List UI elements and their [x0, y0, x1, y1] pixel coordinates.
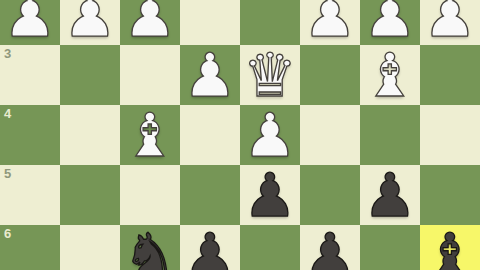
square-g5[interactable]: [60, 165, 120, 225]
black-pawn-b5[interactable]: ♟: [360, 165, 420, 225]
square-d5[interactable]: ♟: [240, 165, 300, 225]
square-c2[interactable]: ♟: [300, 0, 360, 45]
square-c5[interactable]: [300, 165, 360, 225]
square-f3[interactable]: [120, 45, 180, 105]
chess-board-grid: ♟♟♟♟♟♟3♟♛♝4♝♟5♟♟6♞♟♟♝: [0, 0, 480, 270]
square-a3[interactable]: [420, 45, 480, 105]
chess-board-viewport: ♟♟♟♟♟♟3♟♛♝4♝♟5♟♟6♞♟♟♝: [0, 0, 480, 270]
square-a5[interactable]: [420, 165, 480, 225]
square-e4[interactable]: [180, 105, 240, 165]
square-c3[interactable]: [300, 45, 360, 105]
square-b4[interactable]: [360, 105, 420, 165]
black-pawn-c6[interactable]: ♟: [300, 225, 360, 270]
black-knight-f6[interactable]: ♞: [120, 225, 180, 270]
square-b3[interactable]: ♝: [360, 45, 420, 105]
white-pawn-d4[interactable]: ♟: [240, 105, 300, 165]
square-d6[interactable]: [240, 225, 300, 270]
square-e2[interactable]: [180, 0, 240, 45]
square-g4[interactable]: [60, 105, 120, 165]
square-e5[interactable]: [180, 165, 240, 225]
square-f6[interactable]: ♞: [120, 225, 180, 270]
white-bishop-b3[interactable]: ♝: [360, 45, 420, 105]
white-bishop-f4[interactable]: ♝: [120, 105, 180, 165]
square-a4[interactable]: [420, 105, 480, 165]
square-e6[interactable]: ♟: [180, 225, 240, 270]
square-c6[interactable]: ♟: [300, 225, 360, 270]
square-a2[interactable]: ♟: [420, 0, 480, 45]
square-h4[interactable]: 4: [0, 105, 60, 165]
black-pawn-e6[interactable]: ♟: [180, 225, 240, 270]
square-g2[interactable]: ♟: [60, 0, 120, 45]
rank-label-6: 6: [4, 226, 11, 241]
square-b5[interactable]: ♟: [360, 165, 420, 225]
white-pawn-b2[interactable]: ♟: [360, 0, 420, 45]
white-pawn-c2[interactable]: ♟: [300, 0, 360, 45]
rank-label-4: 4: [4, 106, 11, 121]
white-pawn-g2[interactable]: ♟: [60, 0, 120, 45]
white-pawn-f2[interactable]: ♟: [120, 0, 180, 45]
square-h6[interactable]: 6: [0, 225, 60, 270]
square-f4[interactable]: ♝: [120, 105, 180, 165]
square-f5[interactable]: [120, 165, 180, 225]
square-f2[interactable]: ♟: [120, 0, 180, 45]
square-d3[interactable]: ♛: [240, 45, 300, 105]
square-b6[interactable]: [360, 225, 420, 270]
square-e3[interactable]: ♟: [180, 45, 240, 105]
square-g3[interactable]: [60, 45, 120, 105]
square-h3[interactable]: 3: [0, 45, 60, 105]
black-pawn-d5[interactable]: ♟: [240, 165, 300, 225]
square-g6[interactable]: [60, 225, 120, 270]
square-h2[interactable]: ♟: [0, 0, 60, 45]
square-b2[interactable]: ♟: [360, 0, 420, 45]
square-h5[interactable]: 5: [0, 165, 60, 225]
rank-label-5: 5: [4, 166, 11, 181]
white-queen-d3[interactable]: ♛: [240, 45, 300, 105]
white-pawn-h2[interactable]: ♟: [0, 0, 60, 45]
square-d4[interactable]: ♟: [240, 105, 300, 165]
white-pawn-a2[interactable]: ♟: [420, 0, 480, 45]
white-pawn-e3[interactable]: ♟: [180, 45, 240, 105]
square-c4[interactable]: [300, 105, 360, 165]
square-d2[interactable]: [240, 0, 300, 45]
black-bishop-a6[interactable]: ♝: [420, 225, 480, 270]
square-a6[interactable]: ♝: [420, 225, 480, 270]
